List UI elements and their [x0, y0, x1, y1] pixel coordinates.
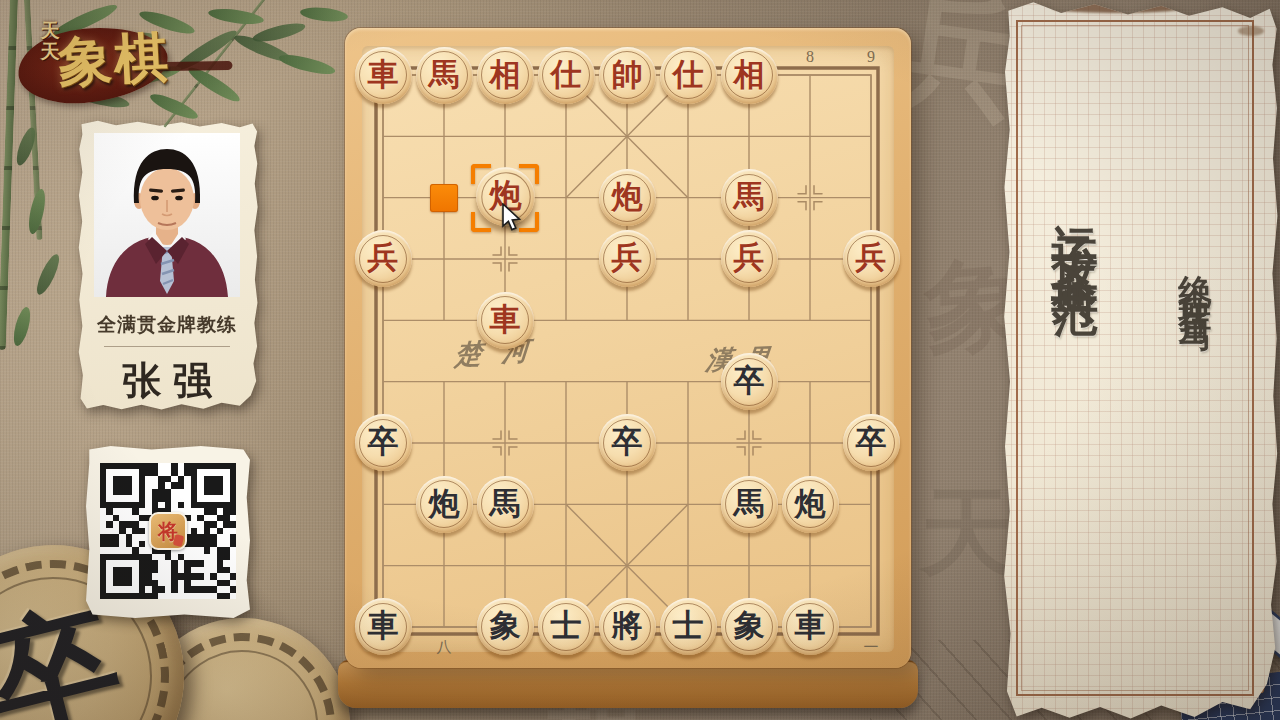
- panel-paper: 运子攻杀典范 绝命挂角马: [1000, 0, 1278, 720]
- top-file-label-8: 8: [798, 48, 822, 66]
- piece-red-兵[interactable]: 兵: [599, 230, 656, 287]
- piece-black-馬[interactable]: 馬: [721, 476, 778, 533]
- coach-photo: [94, 133, 240, 297]
- piece-red-馬[interactable]: 馬: [721, 169, 778, 226]
- lesson-main-title: 运子攻杀典范: [1044, 186, 1107, 264]
- piece-black-炮[interactable]: 炮: [782, 476, 839, 533]
- piece-red-車[interactable]: 車: [477, 292, 534, 349]
- app-icon-label: 将: [158, 518, 178, 545]
- piece-black-炮[interactable]: 炮: [416, 476, 473, 533]
- coach-title: 全满贯金牌教练: [76, 312, 258, 338]
- piece-red-炮[interactable]: 炮: [476, 167, 535, 226]
- piece-black-象[interactable]: 象: [477, 598, 534, 655]
- bottom-file-label-八: 八: [432, 638, 456, 657]
- piece-red-相[interactable]: 相: [477, 47, 534, 104]
- divider: [104, 346, 230, 347]
- xiangqi-board[interactable]: [362, 46, 894, 652]
- piece-black-象[interactable]: 象: [721, 598, 778, 655]
- piece-red-兵[interactable]: 兵: [355, 230, 412, 287]
- qr-card: 将: [86, 446, 250, 618]
- panel-border-frame: [1016, 20, 1254, 696]
- last-move-origin-marker: [430, 184, 458, 212]
- piece-red-仕[interactable]: 仕: [538, 47, 595, 104]
- piece-black-馬[interactable]: 馬: [477, 476, 534, 533]
- coach-card: 全满贯金牌教练 张强: [76, 120, 258, 410]
- app-logo: 天天 象棋: [10, 6, 340, 136]
- lesson-title-panel: 运子攻杀典范 绝命挂角马: [1000, 0, 1278, 720]
- coach-name: 张强: [76, 354, 258, 408]
- piece-black-車[interactable]: 車: [782, 598, 839, 655]
- piece-red-帥[interactable]: 帥: [599, 47, 656, 104]
- piece-black-卒[interactable]: 卒: [843, 414, 900, 471]
- piece-red-仕[interactable]: 仕: [660, 47, 717, 104]
- piece-black-車[interactable]: 車: [355, 598, 412, 655]
- logo-main-text: 象棋: [56, 21, 172, 100]
- app-icon: 将: [149, 512, 187, 550]
- top-file-label-9: 9: [859, 48, 883, 66]
- piece-black-卒[interactable]: 卒: [599, 414, 656, 471]
- piece-black-卒[interactable]: 卒: [355, 414, 412, 471]
- piece-red-兵[interactable]: 兵: [843, 230, 900, 287]
- piece-red-炮[interactable]: 炮: [599, 169, 656, 226]
- piece-red-馬[interactable]: 馬: [416, 47, 473, 104]
- piece-black-將[interactable]: 將: [599, 598, 656, 655]
- bottom-file-label-一: 一: [859, 638, 883, 657]
- piece-red-兵[interactable]: 兵: [721, 230, 778, 287]
- piece-red-相[interactable]: 相: [721, 47, 778, 104]
- lesson-sub-title: 绝命挂角马: [1172, 248, 1217, 308]
- piece-black-士[interactable]: 士: [660, 598, 717, 655]
- piece-black-卒[interactable]: 卒: [721, 353, 778, 410]
- piece-black-士[interactable]: 士: [538, 598, 595, 655]
- app-scene: 兵 象 天 棋 卒 楚河 漢界 89八一 車馬相仕帥仕相炮炮馬兵兵兵兵車卒卒卒卒…: [0, 0, 1280, 720]
- piece-red-車[interactable]: 車: [355, 47, 412, 104]
